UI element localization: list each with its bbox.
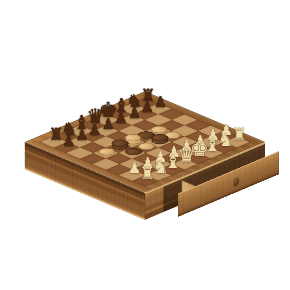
square-a1[interactable]: ♜ xyxy=(132,175,158,186)
chess-box: ♜♞♝♛♚♝♞♜♟♟♟♟♟♟♟♟♟♟♟♟♟♟♟♟♜♞♝♛♚♝♞♜ xyxy=(25,91,265,193)
drawer-knob[interactable] xyxy=(234,177,240,187)
piece-white-rook[interactable]: ♜ xyxy=(135,165,159,182)
piece-black-pawn[interactable]: ♟ xyxy=(57,134,81,149)
product-photo: ♜♞♝♛♚♝♞♜♟♟♟♟♟♟♟♟♟♟♟♟♟♟♟♟♜♞♝♛♚♝♞♜ xyxy=(0,0,290,290)
square-a6[interactable] xyxy=(67,148,93,159)
